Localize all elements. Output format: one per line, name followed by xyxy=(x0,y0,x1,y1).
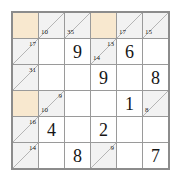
entered-digit: 6 xyxy=(117,39,142,64)
clue-cell-r0c4: 17 xyxy=(117,13,142,38)
down-clue-sum: 17 xyxy=(119,29,126,36)
clue-cell-r2c0: 31 xyxy=(13,65,38,90)
across-clue-sum: 9 xyxy=(59,93,63,100)
entered-digit: 2 xyxy=(91,117,116,142)
entry-cell-r4c5[interactable] xyxy=(143,117,168,142)
clue-cell-r0c5: 15 xyxy=(143,13,168,38)
down-clue-sum: 15 xyxy=(145,29,152,36)
entry-cell-r4c2[interactable] xyxy=(65,117,90,142)
entered-digit: 9 xyxy=(91,65,116,90)
across-clue-sum: 17 xyxy=(29,41,36,48)
entry-cell-r5c5[interactable]: 7 xyxy=(143,143,168,168)
across-clue-sum: 9 xyxy=(111,145,115,152)
entered-digit: 8 xyxy=(65,143,90,168)
clue-cell-r5c0: 14 xyxy=(13,143,38,168)
clue-cell-r5c3: 9 xyxy=(91,143,116,168)
entered-digit: 1 xyxy=(117,91,142,116)
entry-cell-r1c4[interactable]: 6 xyxy=(117,39,142,64)
entered-digit: 8 xyxy=(143,65,168,90)
entry-cell-r2c4[interactable] xyxy=(117,65,142,90)
clue-cell-r3c5: 8 xyxy=(143,91,168,116)
across-clue-sum: 13 xyxy=(107,41,114,48)
clue-cell-r4c0: 16 xyxy=(13,117,38,142)
clue-cell-r0c1: 10 xyxy=(39,13,64,38)
entry-cell-r5c4[interactable] xyxy=(117,143,142,168)
entry-cell-r2c3[interactable]: 9 xyxy=(91,65,116,90)
entry-cell-r4c4[interactable] xyxy=(117,117,142,142)
down-clue-sum: 35 xyxy=(67,29,74,36)
entered-digit: 7 xyxy=(143,143,168,168)
across-clue-sum: 14 xyxy=(29,145,36,152)
block-cell-r3c0 xyxy=(13,91,38,116)
down-clue-sum: 10 xyxy=(41,29,48,36)
entry-cell-r4c3[interactable]: 2 xyxy=(91,117,116,142)
kakuro-board: 1035171517913146319891018164214897 xyxy=(11,11,170,170)
clue-cell-r1c0: 17 xyxy=(13,39,38,64)
down-clue-sum: 8 xyxy=(145,107,149,114)
entry-cell-r1c2[interactable]: 9 xyxy=(65,39,90,64)
entered-digit: 4 xyxy=(39,117,64,142)
entry-cell-r4c1[interactable]: 4 xyxy=(39,117,64,142)
entry-cell-r1c1[interactable] xyxy=(39,39,64,64)
block-cell-r0c0 xyxy=(13,13,38,38)
clue-cell-r0c2: 35 xyxy=(65,13,90,38)
across-clue-sum: 16 xyxy=(29,119,36,126)
clue-cell-r1c3: 1314 xyxy=(91,39,116,64)
entry-cell-r3c4[interactable]: 1 xyxy=(117,91,142,116)
down-clue-sum: 10 xyxy=(41,107,48,114)
block-cell-r0c3 xyxy=(91,13,116,38)
down-clue-sum: 14 xyxy=(93,55,100,62)
entry-cell-r1c5[interactable] xyxy=(143,39,168,64)
entry-cell-r3c2[interactable] xyxy=(65,91,90,116)
entry-cell-r2c5[interactable]: 8 xyxy=(143,65,168,90)
entered-digit: 9 xyxy=(65,39,90,64)
entry-cell-r5c2[interactable]: 8 xyxy=(65,143,90,168)
entry-cell-r5c1[interactable] xyxy=(39,143,64,168)
entry-cell-r3c3[interactable] xyxy=(91,91,116,116)
entry-cell-r2c2[interactable] xyxy=(65,65,90,90)
clue-cell-r3c1: 910 xyxy=(39,91,64,116)
across-clue-sum: 31 xyxy=(29,67,36,74)
entry-cell-r2c1[interactable] xyxy=(39,65,64,90)
